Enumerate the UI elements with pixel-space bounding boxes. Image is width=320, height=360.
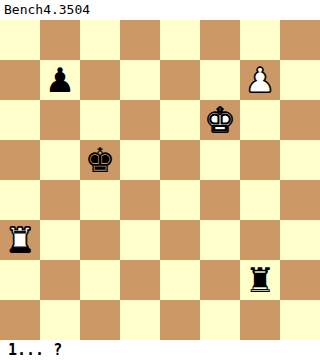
square-e2[interactable] — [160, 260, 200, 300]
square-c2[interactable] — [80, 260, 120, 300]
square-c8[interactable] — [80, 20, 120, 60]
square-f1[interactable] — [200, 300, 240, 340]
black-rook-piece[interactable]: ♜ — [245, 260, 275, 300]
square-a7[interactable] — [0, 60, 40, 100]
square-h4[interactable] — [280, 180, 320, 220]
square-g2[interactable]: ♜ — [240, 260, 280, 300]
square-d4[interactable] — [120, 180, 160, 220]
square-g7[interactable]: ♟ — [240, 60, 280, 100]
square-a1[interactable] — [0, 300, 40, 340]
white-rook-piece[interactable]: ♜ — [5, 220, 35, 260]
square-d7[interactable] — [120, 60, 160, 100]
square-e5[interactable] — [160, 140, 200, 180]
square-f7[interactable] — [200, 60, 240, 100]
square-e6[interactable] — [160, 100, 200, 140]
square-f4[interactable] — [200, 180, 240, 220]
square-g3[interactable] — [240, 220, 280, 260]
square-c6[interactable] — [80, 100, 120, 140]
square-a2[interactable] — [0, 260, 40, 300]
square-e8[interactable] — [160, 20, 200, 60]
square-c3[interactable] — [80, 220, 120, 260]
square-a3[interactable]: ♜ — [0, 220, 40, 260]
page-title: Bench4.3504 — [0, 0, 320, 20]
square-h1[interactable] — [280, 300, 320, 340]
square-b6[interactable] — [40, 100, 80, 140]
white-king-piece[interactable]: ♚ — [205, 100, 235, 140]
square-f6[interactable]: ♚ — [200, 100, 240, 140]
square-f5[interactable] — [200, 140, 240, 180]
square-e1[interactable] — [160, 300, 200, 340]
square-b7[interactable]: ♟ — [40, 60, 80, 100]
square-g5[interactable] — [240, 140, 280, 180]
square-d2[interactable] — [120, 260, 160, 300]
square-h7[interactable] — [280, 60, 320, 100]
square-a6[interactable] — [0, 100, 40, 140]
square-e3[interactable] — [160, 220, 200, 260]
square-c7[interactable] — [80, 60, 120, 100]
square-b3[interactable] — [40, 220, 80, 260]
square-d1[interactable] — [120, 300, 160, 340]
square-d8[interactable] — [120, 20, 160, 60]
square-c1[interactable] — [80, 300, 120, 340]
square-b4[interactable] — [40, 180, 80, 220]
square-f3[interactable] — [200, 220, 240, 260]
square-b5[interactable] — [40, 140, 80, 180]
black-pawn-piece[interactable]: ♟ — [45, 60, 75, 100]
square-h8[interactable] — [280, 20, 320, 60]
chess-board: ♟♟♚♚♜♜ — [0, 20, 320, 340]
white-pawn-piece[interactable]: ♟ — [245, 60, 275, 100]
square-g8[interactable] — [240, 20, 280, 60]
square-e7[interactable] — [160, 60, 200, 100]
square-a8[interactable] — [0, 20, 40, 60]
square-c5[interactable]: ♚ — [80, 140, 120, 180]
square-c4[interactable] — [80, 180, 120, 220]
square-d6[interactable] — [120, 100, 160, 140]
square-h3[interactable] — [280, 220, 320, 260]
square-b1[interactable] — [40, 300, 80, 340]
square-f8[interactable] — [200, 20, 240, 60]
square-a5[interactable] — [0, 140, 40, 180]
square-h2[interactable] — [280, 260, 320, 300]
square-d3[interactable] — [120, 220, 160, 260]
square-e4[interactable] — [160, 180, 200, 220]
square-h6[interactable] — [280, 100, 320, 140]
square-d5[interactable] — [120, 140, 160, 180]
move-prompt: 1... ? — [0, 340, 320, 360]
square-g1[interactable] — [240, 300, 280, 340]
square-a4[interactable] — [0, 180, 40, 220]
square-b8[interactable] — [40, 20, 80, 60]
square-f2[interactable] — [200, 260, 240, 300]
square-g4[interactable] — [240, 180, 280, 220]
square-g6[interactable] — [240, 100, 280, 140]
chess-app-window: Bench4.3504 ♟♟♚♚♜♜ 1... ? — [0, 0, 320, 360]
square-b2[interactable] — [40, 260, 80, 300]
square-h5[interactable] — [280, 140, 320, 180]
black-king-piece[interactable]: ♚ — [85, 140, 115, 180]
